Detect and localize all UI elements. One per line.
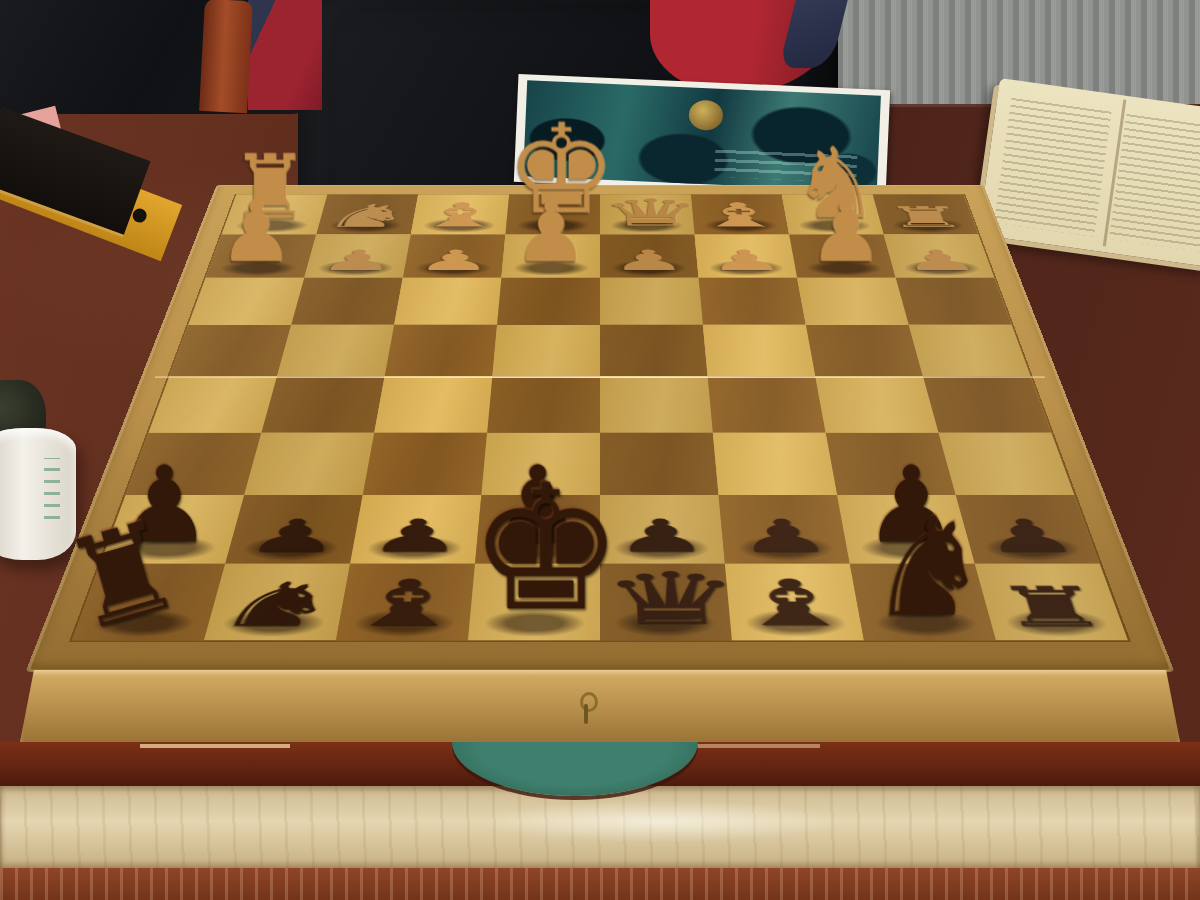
yellow-book-spine-mark bbox=[131, 206, 149, 224]
square-g4 bbox=[277, 325, 394, 376]
piece-wB: ♝ bbox=[411, 199, 508, 232]
piece-wN: ♞ bbox=[317, 200, 417, 231]
piece-wP: ♟ bbox=[305, 247, 408, 275]
square-a2: ♟ bbox=[884, 234, 995, 277]
board-plane: ♜♞♝♚♛♝♞♜♟♟♟♟♟♟♟♟♟♟♟♟♟♟♟♟♜♞♝♚♛♝♞♜ bbox=[25, 185, 1174, 672]
square-b4 bbox=[806, 325, 923, 376]
square-g1: ♞ bbox=[316, 194, 418, 234]
square-h8: ♜ bbox=[72, 564, 225, 641]
piece-bB: ♝ bbox=[726, 571, 863, 634]
brass-clasp-pin bbox=[584, 704, 588, 724]
square-d2: ♟ bbox=[600, 234, 699, 277]
square-e8: ♚ bbox=[468, 564, 600, 641]
square-g8: ♞ bbox=[204, 564, 350, 641]
piece-wB: ♝ bbox=[691, 199, 788, 232]
piece-bN: ♞ bbox=[863, 498, 994, 634]
piece-wP: ♟ bbox=[502, 191, 600, 275]
square-g3 bbox=[291, 278, 403, 325]
piece-wP: ♟ bbox=[887, 247, 993, 275]
square-g6 bbox=[244, 433, 374, 495]
square-a5 bbox=[923, 376, 1051, 432]
piece-wP: ♟ bbox=[207, 191, 305, 275]
gold-emblem bbox=[688, 99, 723, 130]
piece-bP: ♟ bbox=[351, 514, 480, 559]
square-f3 bbox=[394, 278, 501, 325]
square-c8: ♝ bbox=[725, 564, 864, 641]
inlay-line bbox=[140, 744, 290, 748]
piece-wP: ♟ bbox=[696, 247, 797, 275]
birch-desk-edge bbox=[0, 786, 1200, 870]
square-h2: ♟ bbox=[206, 234, 317, 277]
square-c6 bbox=[713, 433, 837, 495]
board-frame: ♜♞♝♚♛♝♞♜♟♟♟♟♟♟♟♟♟♟♟♟♟♟♟♟♜♞♝♚♛♝♞♜ bbox=[25, 185, 1174, 672]
square-h5 bbox=[149, 376, 277, 432]
square-a8: ♜ bbox=[975, 564, 1128, 641]
book-page-left bbox=[994, 94, 1112, 237]
square-b5 bbox=[815, 376, 938, 432]
piece-bB: ♝ bbox=[337, 571, 474, 634]
square-b2: ♟ bbox=[789, 234, 896, 277]
square-f5 bbox=[374, 376, 492, 432]
square-g7: ♟ bbox=[225, 495, 363, 564]
square-c7: ♟ bbox=[719, 495, 850, 564]
square-e4 bbox=[492, 325, 600, 376]
square-c2: ♟ bbox=[695, 234, 798, 277]
square-c1: ♝ bbox=[691, 194, 789, 234]
scene: ♜♞♝♚♛♝♞♜♟♟♟♟♟♟♟♟♟♟♟♟♟♟♟♟♜♞♝♚♛♝♞♜ bbox=[0, 0, 1200, 900]
square-a3 bbox=[896, 278, 1012, 325]
square-h3 bbox=[188, 278, 304, 325]
brass-clasp bbox=[578, 692, 594, 726]
square-e3 bbox=[497, 278, 600, 325]
square-d5 bbox=[600, 376, 713, 432]
square-b8: ♞ bbox=[850, 564, 996, 641]
piece-bR: ♜ bbox=[979, 580, 1126, 635]
piece-bN: ♞ bbox=[206, 575, 349, 635]
book-page-right bbox=[1108, 110, 1200, 253]
square-a4 bbox=[909, 325, 1031, 376]
carved-desk-edge bbox=[0, 868, 1200, 900]
square-c4 bbox=[703, 325, 815, 376]
square-f8: ♝ bbox=[336, 564, 475, 641]
box-front-face bbox=[20, 670, 1180, 742]
brass-clasp-ring bbox=[580, 692, 598, 712]
square-f1: ♝ bbox=[411, 194, 509, 234]
square-e2: ♟ bbox=[501, 234, 600, 277]
piece-wP: ♟ bbox=[797, 191, 895, 275]
square-g2: ♟ bbox=[304, 234, 411, 277]
board-grid: ♜♞♝♚♛♝♞♜♟♟♟♟♟♟♟♟♟♟♟♟♟♟♟♟♜♞♝♚♛♝♞♜ bbox=[72, 194, 1128, 640]
piece-wP: ♟ bbox=[403, 247, 504, 275]
piece-bK: ♚ bbox=[469, 462, 600, 635]
square-e5 bbox=[487, 376, 600, 432]
red-fabric-behind-post bbox=[248, 0, 322, 110]
square-g5 bbox=[261, 376, 384, 432]
piece-bP: ♟ bbox=[227, 514, 360, 559]
square-d3 bbox=[600, 278, 703, 325]
square-f2: ♟ bbox=[403, 234, 506, 277]
square-f4 bbox=[385, 325, 497, 376]
square-b3 bbox=[797, 278, 909, 325]
piece-bP: ♟ bbox=[720, 514, 849, 559]
square-d4 bbox=[600, 325, 708, 376]
mahogany-chair-post bbox=[199, 0, 253, 113]
square-h4 bbox=[169, 325, 291, 376]
square-c5 bbox=[708, 376, 826, 432]
square-f7: ♟ bbox=[350, 495, 481, 564]
piece-wP: ♟ bbox=[600, 247, 698, 275]
square-c3 bbox=[699, 278, 806, 325]
